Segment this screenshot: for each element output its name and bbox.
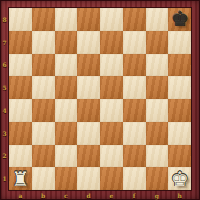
square-a3[interactable] [9,122,32,145]
square-e2[interactable] [100,145,123,168]
square-e3[interactable] [100,122,123,145]
square-e7[interactable] [100,31,123,54]
square-h2[interactable] [168,145,191,168]
square-e5[interactable] [100,76,123,99]
square-a2[interactable] [9,145,32,168]
square-e4[interactable] [100,99,123,122]
square-c2[interactable] [55,145,78,168]
rank-label-6: 6 [0,54,9,77]
rank-labels: 87654321 [0,8,9,190]
square-b1[interactable] [32,167,55,190]
square-f4[interactable] [123,99,146,122]
square-c3[interactable] [55,122,78,145]
square-b3[interactable] [32,122,55,145]
square-f2[interactable] [123,145,146,168]
square-h8[interactable]: ♚ [168,8,191,31]
square-h6[interactable] [168,54,191,77]
square-d1[interactable] [77,167,100,190]
square-c1[interactable] [55,167,78,190]
square-g4[interactable] [146,99,169,122]
square-b4[interactable] [32,99,55,122]
square-b2[interactable] [32,145,55,168]
square-d8[interactable] [77,8,100,31]
square-g3[interactable] [146,122,169,145]
square-a5[interactable] [9,76,32,99]
square-h5[interactable] [168,76,191,99]
file-label-b: b [32,190,55,200]
square-f1[interactable] [123,167,146,190]
square-g8[interactable] [146,8,169,31]
file-label-a: a [9,190,32,200]
square-c5[interactable] [55,76,78,99]
square-g1[interactable] [146,167,169,190]
square-b5[interactable] [32,76,55,99]
square-b6[interactable] [32,54,55,77]
square-h4[interactable] [168,99,191,122]
square-c7[interactable] [55,31,78,54]
square-d3[interactable] [77,122,100,145]
square-a6[interactable] [9,54,32,77]
square-b7[interactable] [32,31,55,54]
square-c4[interactable] [55,99,78,122]
square-d5[interactable] [77,76,100,99]
square-f7[interactable] [123,31,146,54]
file-label-f: f [123,190,146,200]
square-a8[interactable] [9,8,32,31]
square-c6[interactable] [55,54,78,77]
square-g6[interactable] [146,54,169,77]
file-label-h: h [168,190,191,200]
square-d2[interactable] [77,145,100,168]
square-a7[interactable] [9,31,32,54]
square-f8[interactable] [123,8,146,31]
rank-label-1: 1 [0,167,9,190]
square-g2[interactable] [146,145,169,168]
file-label-e: e [100,190,123,200]
rank-label-4: 4 [0,99,9,122]
square-f3[interactable] [123,122,146,145]
rank-label-8: 8 [0,8,9,31]
square-b8[interactable] [32,8,55,31]
rank-label-5: 5 [0,76,9,99]
square-g5[interactable] [146,76,169,99]
square-e1[interactable] [100,167,123,190]
chess-board[interactable]: ♚♜♚ [9,8,191,190]
rank-label-2: 2 [0,145,9,168]
black-king[interactable]: ♚ [171,9,189,29]
file-label-c: c [55,190,78,200]
rank-label-7: 7 [0,31,9,54]
square-h7[interactable] [168,31,191,54]
square-a4[interactable] [9,99,32,122]
file-label-g: g [146,190,169,200]
square-f6[interactable] [123,54,146,77]
square-h1[interactable]: ♚ [168,167,191,190]
square-c8[interactable] [55,8,78,31]
square-d6[interactable] [77,54,100,77]
square-e8[interactable] [100,8,123,31]
chess-board-frame: ♚♜♚ 87654321 abcdefgh [0,0,200,200]
square-d4[interactable] [77,99,100,122]
white-king[interactable]: ♚ [171,168,189,188]
white-rook[interactable]: ♜ [11,168,29,188]
square-e6[interactable] [100,54,123,77]
square-a1[interactable]: ♜ [9,167,32,190]
square-g7[interactable] [146,31,169,54]
rank-label-3: 3 [0,122,9,145]
file-labels: abcdefgh [9,190,191,200]
square-d7[interactable] [77,31,100,54]
file-label-d: d [77,190,100,200]
square-h3[interactable] [168,122,191,145]
square-f5[interactable] [123,76,146,99]
